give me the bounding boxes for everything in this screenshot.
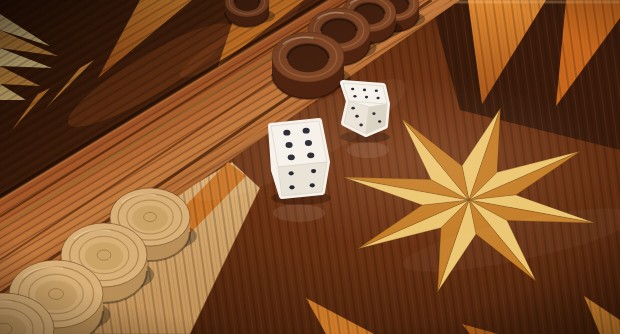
gloss-overlay xyxy=(0,0,620,334)
backgammon-board-photo xyxy=(0,0,620,334)
